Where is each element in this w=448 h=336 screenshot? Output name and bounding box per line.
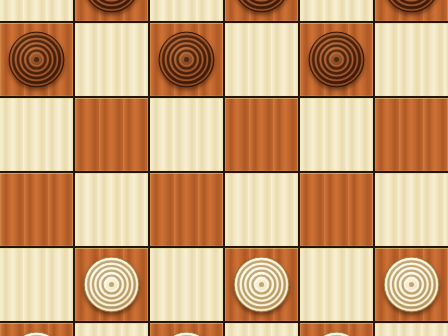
light-piece[interactable] — [383, 256, 440, 313]
square-r2c4[interactable] — [300, 98, 373, 171]
square-r0c5[interactable] — [375, 0, 448, 21]
square-r4c1[interactable] — [75, 248, 148, 321]
square-r5c2[interactable] — [150, 323, 223, 336]
light-piece[interactable] — [233, 256, 290, 313]
square-r5c5[interactable] — [375, 323, 448, 336]
dark-piece[interactable] — [158, 31, 215, 88]
square-r2c0[interactable] — [0, 98, 73, 171]
square-r5c3[interactable] — [225, 323, 298, 336]
dark-piece[interactable] — [83, 0, 140, 13]
square-r5c0[interactable] — [0, 323, 73, 336]
square-r2c3[interactable] — [225, 98, 298, 171]
square-r2c5[interactable] — [375, 98, 448, 171]
checkers-board-viewport — [0, 0, 448, 336]
square-r4c0[interactable] — [0, 248, 73, 321]
square-r1c1[interactable] — [75, 23, 148, 96]
square-r4c3[interactable] — [225, 248, 298, 321]
square-r0c4[interactable] — [300, 0, 373, 21]
square-r1c4[interactable] — [300, 23, 373, 96]
square-r1c0[interactable] — [0, 23, 73, 96]
square-r0c3[interactable] — [225, 0, 298, 21]
square-r3c5[interactable] — [375, 173, 448, 246]
checkers-board — [0, 0, 448, 336]
square-r3c3[interactable] — [225, 173, 298, 246]
dark-piece[interactable] — [383, 0, 440, 13]
square-r4c5[interactable] — [375, 248, 448, 321]
square-r3c0[interactable] — [0, 173, 73, 246]
dark-piece[interactable] — [233, 0, 290, 13]
square-r4c2[interactable] — [150, 248, 223, 321]
square-r1c2[interactable] — [150, 23, 223, 96]
dark-piece[interactable] — [8, 31, 65, 88]
square-r3c4[interactable] — [300, 173, 373, 246]
square-r2c1[interactable] — [75, 98, 148, 171]
square-r0c2[interactable] — [150, 0, 223, 21]
square-r5c4[interactable] — [300, 323, 373, 336]
light-piece[interactable] — [308, 331, 365, 336]
square-r3c2[interactable] — [150, 173, 223, 246]
square-r1c5[interactable] — [375, 23, 448, 96]
square-r5c1[interactable] — [75, 323, 148, 336]
light-piece[interactable] — [158, 331, 215, 336]
square-r2c2[interactable] — [150, 98, 223, 171]
light-piece[interactable] — [8, 331, 65, 336]
square-r0c0[interactable] — [0, 0, 73, 21]
square-r0c1[interactable] — [75, 0, 148, 21]
square-r4c4[interactable] — [300, 248, 373, 321]
light-piece[interactable] — [83, 256, 140, 313]
square-r1c3[interactable] — [225, 23, 298, 96]
dark-piece[interactable] — [308, 31, 365, 88]
square-r3c1[interactable] — [75, 173, 148, 246]
